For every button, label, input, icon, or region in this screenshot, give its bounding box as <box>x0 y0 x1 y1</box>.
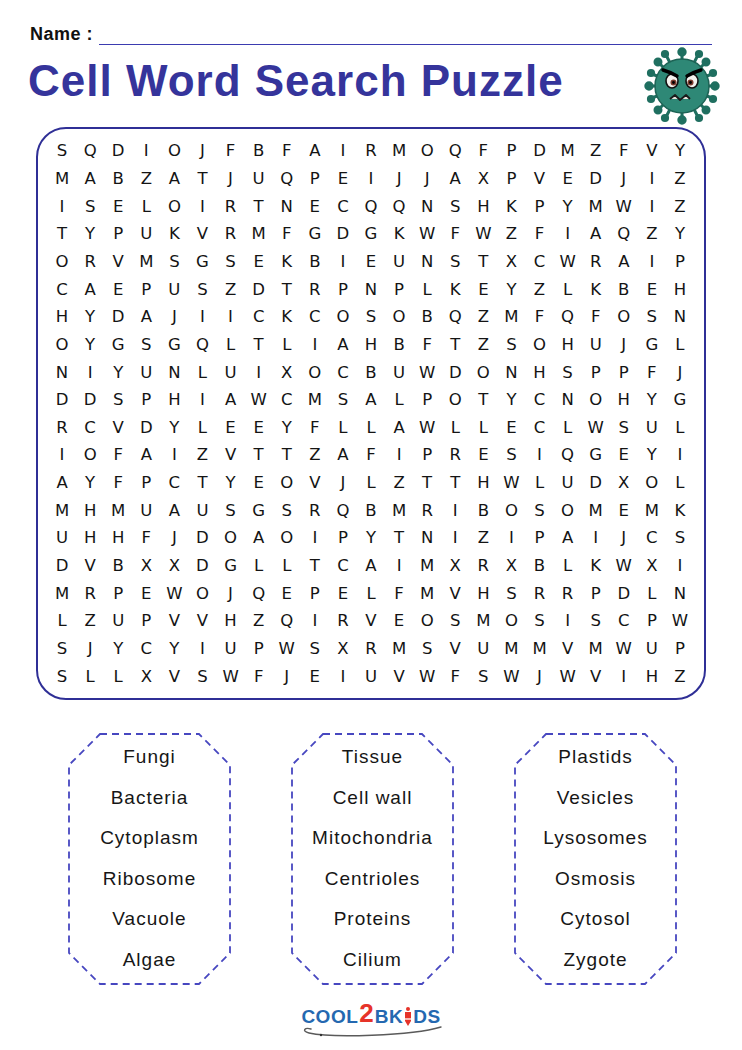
grid-cell[interactable]: W <box>273 635 301 663</box>
grid-cell[interactable]: G <box>301 220 329 248</box>
grid-cell[interactable]: B <box>469 496 497 524</box>
grid-cell[interactable]: Q <box>610 220 638 248</box>
grid-cell[interactable]: S <box>638 303 666 331</box>
grid-cell[interactable]: H <box>469 192 497 220</box>
grid-cell[interactable]: Q <box>441 303 469 331</box>
grid-cell[interactable]: C <box>301 303 329 331</box>
grid-cell[interactable]: P <box>582 579 610 607</box>
grid-cell[interactable]: S <box>441 248 469 276</box>
grid-cell[interactable]: Z <box>301 441 329 469</box>
grid-cell[interactable]: M <box>582 192 610 220</box>
grid-cell[interactable]: T <box>469 248 497 276</box>
grid-cell[interactable]: D <box>104 303 132 331</box>
grid-cell[interactable]: F <box>441 662 469 690</box>
grid-cell[interactable]: W <box>610 192 638 220</box>
grid-cell[interactable]: F <box>469 137 497 165</box>
grid-cell[interactable]: P <box>104 579 132 607</box>
grid-cell[interactable]: Y <box>273 413 301 441</box>
grid-cell[interactable]: L <box>273 552 301 580</box>
grid-cell[interactable]: D <box>132 413 160 441</box>
grid-cell[interactable]: I <box>385 552 413 580</box>
grid-cell[interactable]: R <box>329 607 357 635</box>
grid-cell[interactable]: N <box>413 192 441 220</box>
grid-cell[interactable]: W <box>413 413 441 441</box>
grid-cell[interactable]: Z <box>638 220 666 248</box>
grid-cell[interactable]: Y <box>160 413 188 441</box>
grid-cell[interactable]: H <box>554 331 582 359</box>
grid-cell[interactable]: I <box>188 303 216 331</box>
grid-cell[interactable]: S <box>582 607 610 635</box>
grid-cell[interactable]: C <box>132 635 160 663</box>
grid-cell[interactable]: K <box>441 275 469 303</box>
grid-cell[interactable]: T <box>188 165 216 193</box>
grid-cell[interactable]: E <box>245 469 273 497</box>
grid-cell[interactable]: E <box>469 275 497 303</box>
grid-cell[interactable]: S <box>48 137 76 165</box>
grid-cell[interactable]: S <box>441 192 469 220</box>
grid-cell[interactable]: N <box>273 192 301 220</box>
grid-cell[interactable]: X <box>160 552 188 580</box>
grid-cell[interactable]: V <box>441 635 469 663</box>
grid-cell[interactable]: L <box>666 413 694 441</box>
grid-cell[interactable]: L <box>188 413 216 441</box>
grid-cell[interactable]: N <box>160 358 188 386</box>
grid-cell[interactable]: M <box>104 496 132 524</box>
grid-cell[interactable]: I <box>638 248 666 276</box>
grid-cell[interactable]: S <box>160 248 188 276</box>
grid-cell[interactable]: J <box>188 137 216 165</box>
grid-cell[interactable]: O <box>497 496 525 524</box>
grid-cell[interactable]: R <box>301 496 329 524</box>
grid-cell[interactable]: E <box>245 248 273 276</box>
grid-cell[interactable]: T <box>273 275 301 303</box>
grid-cell[interactable]: I <box>441 524 469 552</box>
grid-cell[interactable]: O <box>441 386 469 414</box>
grid-cell[interactable]: F <box>217 137 245 165</box>
grid-cell[interactable]: Z <box>469 303 497 331</box>
grid-cell[interactable]: P <box>638 607 666 635</box>
grid-cell[interactable]: K <box>497 192 525 220</box>
grid-cell[interactable]: J <box>385 165 413 193</box>
grid-cell[interactable]: S <box>273 496 301 524</box>
grid-cell[interactable]: A <box>160 496 188 524</box>
grid-cell[interactable]: A <box>610 248 638 276</box>
grid-cell[interactable]: P <box>497 165 525 193</box>
grid-cell[interactable]: S <box>469 662 497 690</box>
grid-cell[interactable]: Q <box>554 441 582 469</box>
grid-cell[interactable]: U <box>582 331 610 359</box>
grid-cell[interactable]: W <box>469 220 497 248</box>
grid-cell[interactable]: G <box>638 331 666 359</box>
grid-cell[interactable]: Y <box>554 192 582 220</box>
grid-cell[interactable]: P <box>132 469 160 497</box>
grid-cell[interactable]: M <box>582 635 610 663</box>
grid-cell[interactable]: L <box>217 331 245 359</box>
grid-cell[interactable]: R <box>76 248 104 276</box>
grid-cell[interactable]: C <box>525 413 553 441</box>
grid-cell[interactable]: L <box>357 413 385 441</box>
grid-cell[interactable]: Z <box>497 220 525 248</box>
grid-cell[interactable]: E <box>329 165 357 193</box>
grid-cell[interactable]: Z <box>245 607 273 635</box>
grid-cell[interactable]: W <box>554 662 582 690</box>
grid-cell[interactable]: M <box>413 552 441 580</box>
grid-cell[interactable]: L <box>441 413 469 441</box>
grid-cell[interactable]: I <box>329 137 357 165</box>
grid-cell[interactable]: U <box>132 220 160 248</box>
grid-cell[interactable]: S <box>525 607 553 635</box>
grid-cell[interactable]: O <box>385 303 413 331</box>
grid-cell[interactable]: W <box>245 386 273 414</box>
grid-cell[interactable]: P <box>301 579 329 607</box>
grid-cell[interactable]: U <box>245 165 273 193</box>
grid-cell[interactable]: P <box>582 358 610 386</box>
grid-cell[interactable]: W <box>413 220 441 248</box>
grid-cell[interactable]: D <box>525 137 553 165</box>
grid-cell[interactable]: L <box>554 413 582 441</box>
grid-cell[interactable]: C <box>638 524 666 552</box>
grid-cell[interactable]: Z <box>385 469 413 497</box>
grid-cell[interactable]: O <box>76 441 104 469</box>
grid-cell[interactable]: I <box>638 192 666 220</box>
grid-cell[interactable]: P <box>329 275 357 303</box>
grid-cell[interactable]: L <box>638 579 666 607</box>
grid-cell[interactable]: M <box>385 137 413 165</box>
grid-cell[interactable]: V <box>554 635 582 663</box>
grid-cell[interactable]: S <box>413 635 441 663</box>
grid-cell[interactable]: N <box>666 303 694 331</box>
grid-cell[interactable]: S <box>329 386 357 414</box>
grid-cell[interactable]: P <box>525 524 553 552</box>
grid-cell[interactable]: J <box>666 358 694 386</box>
grid-cell[interactable]: R <box>525 579 553 607</box>
grid-cell[interactable]: X <box>329 635 357 663</box>
grid-cell[interactable]: D <box>76 386 104 414</box>
grid-cell[interactable]: J <box>160 524 188 552</box>
grid-cell[interactable]: O <box>413 607 441 635</box>
grid-cell[interactable]: S <box>497 441 525 469</box>
grid-cell[interactable]: W <box>610 635 638 663</box>
grid-cell[interactable]: O <box>48 248 76 276</box>
grid-cell[interactable]: I <box>301 331 329 359</box>
grid-cell[interactable]: D <box>329 220 357 248</box>
grid-cell[interactable]: S <box>48 662 76 690</box>
grid-cell[interactable]: V <box>104 248 132 276</box>
grid-cell[interactable]: Y <box>666 137 694 165</box>
grid-cell[interactable]: J <box>329 469 357 497</box>
grid-cell[interactable]: S <box>525 496 553 524</box>
grid-cell[interactable]: H <box>610 386 638 414</box>
grid-cell[interactable]: A <box>245 524 273 552</box>
grid-cell[interactable]: U <box>385 358 413 386</box>
grid-cell[interactable]: E <box>610 441 638 469</box>
grid-cell[interactable]: E <box>301 192 329 220</box>
grid-cell[interactable]: K <box>582 552 610 580</box>
grid-cell[interactable]: V <box>638 137 666 165</box>
grid-cell[interactable]: I <box>217 303 245 331</box>
grid-cell[interactable]: G <box>357 220 385 248</box>
grid-cell[interactable]: K <box>273 248 301 276</box>
grid-cell[interactable]: F <box>104 441 132 469</box>
grid-cell[interactable]: X <box>638 552 666 580</box>
grid-cell[interactable]: U <box>217 635 245 663</box>
grid-cell[interactable]: R <box>76 579 104 607</box>
grid-cell[interactable]: T <box>301 552 329 580</box>
grid-cell[interactable]: E <box>554 165 582 193</box>
grid-cell[interactable]: X <box>132 662 160 690</box>
grid-cell[interactable]: M <box>638 496 666 524</box>
grid-cell[interactable]: P <box>413 441 441 469</box>
grid-cell[interactable]: P <box>329 524 357 552</box>
grid-cell[interactable]: E <box>104 275 132 303</box>
grid-cell[interactable]: B <box>104 165 132 193</box>
grid-cell[interactable]: M <box>301 386 329 414</box>
grid-cell[interactable]: M <box>554 137 582 165</box>
grid-cell[interactable]: Z <box>469 331 497 359</box>
grid-cell[interactable]: A <box>357 552 385 580</box>
grid-cell[interactable]: L <box>273 331 301 359</box>
grid-cell[interactable]: G <box>582 441 610 469</box>
grid-cell[interactable]: G <box>104 331 132 359</box>
grid-cell[interactable]: E <box>301 662 329 690</box>
grid-cell[interactable]: I <box>301 607 329 635</box>
grid-cell[interactable]: X <box>610 469 638 497</box>
grid-cell[interactable]: T <box>245 192 273 220</box>
grid-cell[interactable]: P <box>132 275 160 303</box>
grid-cell[interactable]: Z <box>217 275 245 303</box>
grid-cell[interactable]: C <box>329 552 357 580</box>
grid-cell[interactable]: T <box>469 386 497 414</box>
grid-cell[interactable]: I <box>666 552 694 580</box>
grid-cell[interactable]: S <box>357 303 385 331</box>
grid-cell[interactable]: I <box>301 524 329 552</box>
grid-cell[interactable]: N <box>554 386 582 414</box>
grid-cell[interactable]: D <box>441 358 469 386</box>
grid-cell[interactable]: F <box>525 220 553 248</box>
grid-cell[interactable]: I <box>329 248 357 276</box>
grid-cell[interactable]: A <box>132 303 160 331</box>
grid-cell[interactable]: N <box>413 524 441 552</box>
grid-cell[interactable]: J <box>160 303 188 331</box>
grid-cell[interactable]: E <box>132 579 160 607</box>
grid-cell[interactable]: V <box>525 165 553 193</box>
grid-cell[interactable]: Z <box>525 275 553 303</box>
grid-cell[interactable]: I <box>582 524 610 552</box>
grid-cell[interactable]: H <box>104 524 132 552</box>
grid-cell[interactable]: Z <box>76 607 104 635</box>
grid-cell[interactable]: K <box>273 303 301 331</box>
grid-cell[interactable]: X <box>441 552 469 580</box>
grid-cell[interactable]: G <box>160 331 188 359</box>
grid-cell[interactable]: U <box>469 635 497 663</box>
grid-cell[interactable]: U <box>188 496 216 524</box>
grid-cell[interactable]: O <box>160 137 188 165</box>
grid-cell[interactable]: U <box>104 607 132 635</box>
grid-cell[interactable]: S <box>666 524 694 552</box>
grid-cell[interactable]: Z <box>666 662 694 690</box>
grid-cell[interactable]: F <box>638 358 666 386</box>
grid-cell[interactable]: D <box>48 386 76 414</box>
grid-cell[interactable]: V <box>582 662 610 690</box>
grid-cell[interactable]: W <box>217 662 245 690</box>
grid-cell[interactable]: E <box>638 275 666 303</box>
grid-cell[interactable]: E <box>273 579 301 607</box>
grid-cell[interactable]: O <box>469 358 497 386</box>
grid-cell[interactable]: F <box>301 413 329 441</box>
grid-cell[interactable]: I <box>638 165 666 193</box>
grid-cell[interactable]: V <box>217 441 245 469</box>
grid-cell[interactable]: U <box>554 469 582 497</box>
grid-cell[interactable]: W <box>413 358 441 386</box>
grid-cell[interactable]: X <box>469 165 497 193</box>
grid-cell[interactable]: V <box>301 469 329 497</box>
grid-cell[interactable]: E <box>469 441 497 469</box>
grid-cell[interactable]: O <box>329 303 357 331</box>
grid-cell[interactable]: Y <box>217 469 245 497</box>
grid-cell[interactable]: I <box>245 358 273 386</box>
grid-cell[interactable]: G <box>217 552 245 580</box>
grid-cell[interactable]: O <box>273 469 301 497</box>
grid-cell[interactable]: H <box>469 579 497 607</box>
grid-cell[interactable]: O <box>610 303 638 331</box>
grid-cell[interactable]: G <box>666 386 694 414</box>
grid-cell[interactable]: A <box>441 165 469 193</box>
grid-cell[interactable]: J <box>76 635 104 663</box>
grid-cell[interactable]: Q <box>441 137 469 165</box>
grid-cell[interactable]: N <box>497 358 525 386</box>
grid-cell[interactable]: D <box>188 524 216 552</box>
grid-cell[interactable]: S <box>610 413 638 441</box>
grid-cell[interactable]: J <box>273 662 301 690</box>
grid-cell[interactable]: B <box>357 496 385 524</box>
grid-cell[interactable]: A <box>582 220 610 248</box>
grid-cell[interactable]: M <box>497 303 525 331</box>
grid-cell[interactable]: C <box>76 413 104 441</box>
grid-cell[interactable]: L <box>357 579 385 607</box>
grid-cell[interactable]: R <box>217 220 245 248</box>
grid-cell[interactable]: Y <box>666 220 694 248</box>
grid-cell[interactable]: D <box>610 579 638 607</box>
grid-cell[interactable]: X <box>497 552 525 580</box>
grid-cell[interactable]: L <box>76 662 104 690</box>
grid-cell[interactable]: C <box>160 469 188 497</box>
grid-cell[interactable]: J <box>610 165 638 193</box>
grid-cell[interactable]: I <box>554 220 582 248</box>
grid-cell[interactable]: I <box>329 662 357 690</box>
grid-cell[interactable]: F <box>132 524 160 552</box>
grid-cell[interactable]: V <box>188 607 216 635</box>
grid-cell[interactable]: I <box>160 441 188 469</box>
grid-cell[interactable]: F <box>357 441 385 469</box>
grid-cell[interactable]: M <box>582 496 610 524</box>
grid-cell[interactable]: U <box>638 413 666 441</box>
name-input-line[interactable] <box>99 22 712 45</box>
grid-cell[interactable]: I <box>357 165 385 193</box>
grid-cell[interactable]: V <box>357 607 385 635</box>
grid-cell[interactable]: C <box>245 303 273 331</box>
grid-cell[interactable]: X <box>497 248 525 276</box>
grid-cell[interactable]: P <box>666 635 694 663</box>
grid-cell[interactable]: F <box>582 303 610 331</box>
grid-cell[interactable]: C <box>610 607 638 635</box>
grid-cell[interactable]: J <box>610 331 638 359</box>
grid-cell[interactable]: R <box>357 635 385 663</box>
grid-cell[interactable]: E <box>385 607 413 635</box>
grid-cell[interactable]: P <box>525 192 553 220</box>
grid-cell[interactable]: L <box>104 662 132 690</box>
grid-cell[interactable]: I <box>188 192 216 220</box>
grid-cell[interactable]: I <box>554 607 582 635</box>
grid-cell[interactable]: A <box>301 137 329 165</box>
grid-cell[interactable]: L <box>48 607 76 635</box>
grid-cell[interactable]: Y <box>357 524 385 552</box>
grid-cell[interactable]: S <box>554 358 582 386</box>
grid-cell[interactable]: X <box>132 552 160 580</box>
grid-cell[interactable]: R <box>217 192 245 220</box>
grid-cell[interactable]: I <box>666 441 694 469</box>
grid-cell[interactable]: C <box>525 248 553 276</box>
grid-cell[interactable]: T <box>245 331 273 359</box>
grid-cell[interactable]: O <box>301 358 329 386</box>
grid-cell[interactable]: S <box>441 607 469 635</box>
grid-cell[interactable]: O <box>160 192 188 220</box>
grid-cell[interactable]: E <box>245 413 273 441</box>
grid-cell[interactable]: W <box>497 662 525 690</box>
grid-cell[interactable]: B <box>525 552 553 580</box>
grid-cell[interactable]: Y <box>76 303 104 331</box>
grid-cell[interactable]: M <box>525 635 553 663</box>
grid-cell[interactable]: U <box>357 662 385 690</box>
grid-cell[interactable]: Q <box>554 303 582 331</box>
grid-cell[interactable]: I <box>441 496 469 524</box>
grid-cell[interactable]: W <box>554 248 582 276</box>
grid-cell[interactable]: D <box>245 275 273 303</box>
grid-cell[interactable]: T <box>441 331 469 359</box>
grid-cell[interactable]: R <box>582 248 610 276</box>
grid-cell[interactable]: P <box>301 165 329 193</box>
grid-cell[interactable]: H <box>217 607 245 635</box>
grid-cell[interactable]: F <box>273 220 301 248</box>
grid-cell[interactable]: H <box>48 303 76 331</box>
grid-cell[interactable]: P <box>666 248 694 276</box>
grid-cell[interactable]: A <box>217 386 245 414</box>
grid-cell[interactable]: Q <box>76 137 104 165</box>
grid-cell[interactable]: F <box>245 662 273 690</box>
grid-cell[interactable]: I <box>48 192 76 220</box>
grid-cell[interactable]: I <box>525 441 553 469</box>
grid-cell[interactable]: W <box>413 662 441 690</box>
grid-cell[interactable]: G <box>188 248 216 276</box>
grid-cell[interactable]: Q <box>357 192 385 220</box>
grid-cell[interactable]: F <box>104 469 132 497</box>
grid-cell[interactable]: L <box>666 469 694 497</box>
grid-cell[interactable]: L <box>413 275 441 303</box>
grid-cell[interactable]: F <box>441 220 469 248</box>
grid-cell[interactable]: Y <box>76 220 104 248</box>
grid-cell[interactable]: D <box>188 552 216 580</box>
grid-cell[interactable]: B <box>610 275 638 303</box>
grid-cell[interactable]: S <box>132 331 160 359</box>
grid-cell[interactable]: S <box>497 579 525 607</box>
grid-cell[interactable]: V <box>160 662 188 690</box>
grid-cell[interactable]: I <box>610 662 638 690</box>
grid-cell[interactable]: Z <box>132 165 160 193</box>
grid-cell[interactable]: U <box>385 248 413 276</box>
grid-cell[interactable]: D <box>104 137 132 165</box>
grid-cell[interactable]: X <box>273 358 301 386</box>
grid-cell[interactable]: Z <box>666 192 694 220</box>
grid-cell[interactable]: Y <box>638 441 666 469</box>
